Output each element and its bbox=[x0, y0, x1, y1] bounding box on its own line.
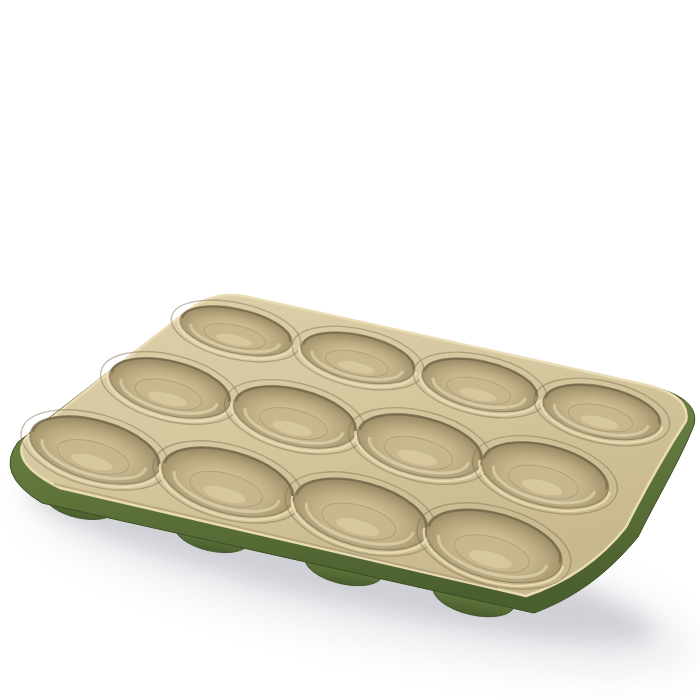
product-photo-canvas: 12-cup muffin pan bbox=[0, 0, 700, 700]
muffin-pan-photo bbox=[0, 0, 700, 700]
